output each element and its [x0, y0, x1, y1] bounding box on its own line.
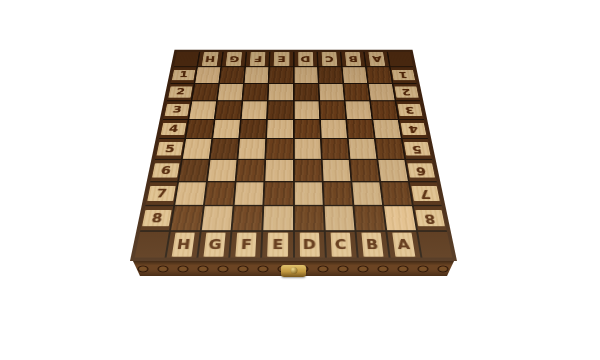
square-d7[interactable] [294, 183, 322, 205]
coordinate-label: C [325, 55, 334, 63]
square-f4[interactable] [240, 120, 266, 138]
square-c3[interactable] [320, 101, 345, 118]
product-photo: HGFEDCBA1122334455667788HGFEDCBA [0, 0, 600, 360]
frame-plaque: 7 [147, 186, 175, 201]
coordinate-label: 3 [172, 105, 183, 114]
file-label-bottom-a: A [387, 232, 420, 258]
square-b8[interactable] [354, 206, 385, 230]
coordinate-label: 8 [424, 212, 437, 224]
rank-label-left-3: 3 [163, 101, 190, 118]
coordinate-label: H [205, 55, 216, 63]
frame-plaque: 7 [411, 186, 439, 201]
square-g7[interactable] [205, 183, 235, 205]
coordinate-label: F [241, 238, 253, 251]
square-h2[interactable] [193, 84, 219, 100]
square-a8[interactable] [384, 206, 416, 230]
square-e2[interactable] [269, 84, 293, 100]
square-e7[interactable] [265, 183, 293, 205]
coordinate-label: 2 [175, 88, 185, 96]
coordinate-label: 6 [415, 165, 427, 176]
square-g1[interactable] [220, 67, 244, 82]
frame-plaque: H [172, 233, 195, 257]
frame-plaque: C [321, 52, 337, 66]
square-c2[interactable] [319, 84, 344, 100]
square-h4[interactable] [186, 120, 214, 138]
frame-plaque: E [274, 52, 289, 66]
square-b6[interactable] [350, 160, 379, 181]
square-g2[interactable] [218, 84, 243, 100]
frame-plaque: B [345, 52, 361, 66]
frame-plaque: H [202, 52, 219, 66]
rank-label-right-1: 1 [391, 67, 417, 82]
rank-label-left-2: 2 [167, 84, 194, 100]
square-f3[interactable] [242, 101, 267, 118]
square-d6[interactable] [294, 160, 321, 181]
frame-plaque: 5 [156, 142, 183, 155]
square-b4[interactable] [347, 120, 374, 138]
rank-label-left-4: 4 [159, 120, 187, 138]
coordinate-label: 4 [168, 124, 179, 134]
frame-plaque: E [268, 233, 288, 257]
rank-label-left-1: 1 [171, 67, 197, 82]
square-f7[interactable] [235, 183, 264, 205]
frame-plaque: 5 [404, 142, 431, 155]
square-c6[interactable] [322, 160, 350, 181]
file-label-top-g: G [222, 52, 246, 67]
coordinate-label: C [335, 238, 347, 251]
frame-plaque: A [368, 52, 385, 66]
coordinate-label: 3 [405, 105, 416, 114]
coordinate-label: 1 [179, 71, 189, 79]
coordinate-label: B [348, 55, 358, 63]
file-label-top-a: A [365, 52, 389, 67]
frame-plaque: D [299, 233, 319, 257]
rank-label-left-6: 6 [150, 160, 180, 181]
square-d1[interactable] [294, 67, 317, 82]
square-g3[interactable] [216, 101, 242, 118]
frame-plaque: 2 [168, 86, 192, 97]
coordinate-label: 7 [419, 188, 431, 200]
square-f6[interactable] [237, 160, 265, 181]
rank-label-right-6: 6 [406, 160, 436, 181]
coordinate-label: G [229, 55, 240, 63]
square-d8[interactable] [294, 206, 323, 230]
frame-plaque: 2 [395, 86, 419, 97]
square-c1[interactable] [318, 67, 342, 82]
square-e4[interactable] [267, 120, 292, 138]
rank-label-right-7: 7 [410, 183, 442, 205]
coordinate-label: B [365, 238, 378, 251]
file-label-top-b: B [341, 52, 365, 67]
square-c4[interactable] [321, 120, 347, 138]
square-b5[interactable] [348, 139, 376, 159]
square-g6[interactable] [208, 160, 237, 181]
rank-label-left-5: 5 [155, 139, 184, 159]
frame-plaque: G [226, 52, 242, 66]
square-e1[interactable] [270, 67, 293, 82]
frame-plaque: A [392, 233, 415, 257]
square-a7[interactable] [381, 183, 412, 205]
coordinate-label: E [272, 238, 283, 251]
square-d3[interactable] [294, 101, 319, 118]
coordinate-label: D [300, 55, 310, 63]
rank-label-right-4: 4 [399, 120, 427, 138]
square-a1[interactable] [367, 67, 392, 82]
rank-label-left-7: 7 [146, 183, 178, 205]
frame-plaque: 8 [142, 210, 172, 226]
square-b7[interactable] [352, 183, 382, 205]
file-label-bottom-e: E [263, 232, 293, 258]
square-h8[interactable] [171, 206, 203, 230]
square-h5[interactable] [183, 139, 212, 159]
square-h7[interactable] [175, 183, 206, 205]
frame-plaque: C [330, 233, 351, 257]
square-a3[interactable] [371, 101, 398, 118]
file-label-top-c: C [318, 52, 341, 67]
square-f2[interactable] [243, 84, 268, 100]
square-g5[interactable] [211, 139, 239, 159]
square-f5[interactable] [239, 139, 266, 159]
frame-plaque: 4 [401, 123, 427, 135]
file-label-top-d: D [294, 52, 317, 67]
frame-plaque: 1 [392, 70, 415, 80]
square-d5[interactable] [294, 139, 320, 159]
coordinate-label: 5 [164, 144, 175, 154]
rank-label-right-5: 5 [403, 139, 432, 159]
square-e8[interactable] [264, 206, 293, 230]
frame-plaque: B [361, 233, 383, 257]
chess-board: HGFEDCBA1122334455667788HGFEDCBA [130, 50, 457, 261]
frame-plaque: F [250, 52, 266, 66]
file-label-top-h: H [198, 52, 222, 67]
file-label-top-e: E [270, 52, 293, 67]
coordinate-label: G [208, 238, 222, 251]
square-b2[interactable] [344, 84, 369, 100]
coordinate-label: 2 [401, 88, 411, 96]
square-c7[interactable] [323, 183, 352, 205]
frame-corner [135, 232, 169, 258]
square-b1[interactable] [342, 67, 366, 82]
square-e3[interactable] [268, 101, 293, 118]
square-e6[interactable] [266, 160, 293, 181]
frame-corner [388, 52, 413, 67]
coordinate-label: F [254, 55, 263, 63]
rank-label-left-8: 8 [140, 206, 173, 230]
frame-plaque: G [204, 233, 226, 257]
frame-corner [174, 52, 199, 67]
brass-clasp [281, 265, 306, 277]
coordinate-label: 7 [155, 188, 167, 200]
file-label-bottom-b: B [356, 232, 388, 258]
frame-plaque: 6 [408, 164, 435, 178]
rank-label-right-2: 2 [393, 84, 420, 100]
coordinate-label: E [277, 55, 285, 63]
file-label-bottom-c: C [325, 232, 356, 258]
rank-label-right-8: 8 [414, 206, 447, 230]
coordinate-label: D [303, 238, 316, 251]
square-g8[interactable] [202, 206, 233, 230]
file-label-top-f: F [246, 52, 269, 67]
square-a6[interactable] [378, 160, 408, 181]
coordinate-label: A [371, 55, 381, 63]
square-h1[interactable] [195, 67, 220, 82]
square-a2[interactable] [369, 84, 395, 100]
square-g4[interactable] [213, 120, 240, 138]
square-d4[interactable] [294, 120, 319, 138]
square-f8[interactable] [233, 206, 263, 230]
file-label-bottom-d: D [294, 232, 324, 258]
frame-plaque: D [298, 52, 313, 66]
coordinate-label: 4 [408, 124, 419, 134]
coordinate-label: 1 [398, 71, 408, 79]
square-h6[interactable] [179, 160, 209, 181]
square-b3[interactable] [345, 101, 371, 118]
frame-plaque: 4 [161, 123, 187, 135]
frame-plaque: 8 [415, 210, 445, 226]
coordinate-label: A [396, 238, 410, 251]
frame-plaque: F [236, 233, 257, 257]
square-f1[interactable] [245, 67, 269, 82]
coordinate-label: 8 [151, 212, 164, 224]
frame-plaque: 3 [398, 104, 423, 116]
file-label-bottom-h: H [167, 232, 200, 258]
frame-plaque: 1 [172, 70, 195, 80]
square-h3[interactable] [189, 101, 216, 118]
square-c5[interactable] [321, 139, 348, 159]
square-a5[interactable] [376, 139, 405, 159]
square-d2[interactable] [294, 84, 318, 100]
frame-plaque: 6 [152, 164, 179, 178]
square-a4[interactable] [373, 120, 401, 138]
file-label-bottom-f: F [231, 232, 262, 258]
file-label-bottom-g: G [199, 232, 231, 258]
square-e5[interactable] [266, 139, 292, 159]
frame-corner [418, 232, 452, 258]
coordinate-label: H [176, 238, 191, 251]
coordinate-label: 5 [411, 144, 422, 154]
board-grid: HGFEDCBA1122334455667788HGFEDCBA [135, 52, 453, 258]
coordinate-label: 6 [160, 165, 172, 176]
rank-label-right-3: 3 [396, 101, 423, 118]
frame-plaque: 3 [165, 104, 190, 116]
square-c8[interactable] [324, 206, 354, 230]
